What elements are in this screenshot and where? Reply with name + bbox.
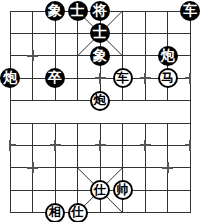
- black-chariot[interactable]: 车: [180, 1, 200, 21]
- black-cannon[interactable]: 炮: [158, 46, 178, 66]
- black-elephant[interactable]: 象: [45, 1, 65, 21]
- pieces-layer: 象士将车士象炮炮卒车马炮仕帅相仕: [0, 0, 200, 222]
- red-advisor[interactable]: 仕: [68, 203, 88, 222]
- red-general[interactable]: 帅: [113, 180, 133, 200]
- red-elephant[interactable]: 相: [45, 203, 65, 222]
- red-cannon[interactable]: 炮: [90, 91, 110, 111]
- red-advisor[interactable]: 仕: [90, 180, 110, 200]
- black-advisor[interactable]: 士: [90, 23, 110, 43]
- xiangqi-board: 象士将车士象炮炮卒车马炮仕帅相仕: [0, 0, 200, 222]
- black-general[interactable]: 将: [90, 1, 110, 21]
- black-advisor[interactable]: 士: [68, 1, 88, 21]
- black-soldier[interactable]: 卒: [45, 68, 65, 88]
- red-chariot[interactable]: 车: [113, 68, 133, 88]
- black-elephant[interactable]: 象: [90, 46, 110, 66]
- red-horse[interactable]: 马: [158, 68, 178, 88]
- black-cannon[interactable]: 炮: [0, 68, 20, 88]
